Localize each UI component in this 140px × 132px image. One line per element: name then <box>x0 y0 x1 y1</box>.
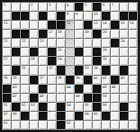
cell-r11c6[interactable] <box>48 94 56 102</box>
cell-r8c9 <box>75 66 83 74</box>
clue-number: 25 <box>58 48 62 52</box>
cell-r4c13[interactable] <box>111 30 119 38</box>
cell-r14c6[interactable] <box>48 121 56 129</box>
cell-r2c6[interactable] <box>48 12 56 20</box>
cell-r6c10[interactable] <box>84 48 92 56</box>
cell-r7c4[interactable]: 28 <box>30 57 38 65</box>
cell-r4c14[interactable] <box>120 30 128 38</box>
cell-r14c12[interactable] <box>102 121 110 129</box>
cell-r3c7 <box>57 21 65 29</box>
cell-r10c2[interactable]: 43 <box>12 85 20 93</box>
clue-number: 35 <box>4 76 8 80</box>
cell-r3c2[interactable] <box>12 21 20 29</box>
cell-r13c14 <box>120 112 128 120</box>
cell-r1c7[interactable] <box>57 3 65 11</box>
cell-r13c11[interactable]: 60 <box>93 112 101 120</box>
clue-number: 11 <box>4 21 8 25</box>
cell-r5c15[interactable] <box>129 39 137 47</box>
clue-number: 42 <box>121 76 125 80</box>
clue-number: 61 <box>4 121 8 125</box>
cell-r6c3[interactable] <box>21 48 29 56</box>
cell-r12c7 <box>57 103 65 111</box>
cell-r6c12[interactable]: 26 <box>102 48 110 56</box>
clue-number: 54 <box>67 103 71 107</box>
clue-number: 1 <box>4 3 6 7</box>
cell-r7c14[interactable] <box>120 57 128 65</box>
cell-r10c11 <box>93 85 101 93</box>
cell-r7c6 <box>48 57 56 65</box>
cell-r2c4[interactable] <box>30 12 38 20</box>
cell-r5c2[interactable] <box>12 39 20 47</box>
clue-number: 39 <box>76 76 80 80</box>
clue-number: 16 <box>130 21 134 25</box>
cell-r5c8[interactable] <box>66 39 74 47</box>
cell-r2c10[interactable] <box>84 12 92 20</box>
clue-number: 38 <box>58 76 62 80</box>
cell-r1c5[interactable] <box>39 3 47 11</box>
cell-r9c13 <box>111 76 119 84</box>
cell-r2c1[interactable] <box>3 12 11 20</box>
cell-r12c1[interactable]: 51 <box>3 103 11 111</box>
cell-r8c13[interactable] <box>111 66 119 74</box>
cell-r2c9[interactable]: 9 <box>75 12 83 20</box>
clue-number: 21 <box>4 39 8 43</box>
cell-r7c3[interactable] <box>21 57 29 65</box>
cell-r8c4[interactable] <box>30 66 38 74</box>
clue-number: 7 <box>112 3 114 7</box>
cell-r8c10[interactable]: 33 <box>84 66 92 74</box>
cell-r1c15[interactable] <box>129 3 137 11</box>
clue-number: 60 <box>94 112 98 116</box>
cell-r3c4[interactable] <box>30 21 38 29</box>
cell-r10c3[interactable] <box>21 85 29 93</box>
cell-r12c5 <box>39 103 47 111</box>
cell-r14c5[interactable] <box>39 121 47 129</box>
cell-r8c2 <box>12 66 20 74</box>
cell-r12c9[interactable] <box>75 103 83 111</box>
clue-number: 52 <box>22 103 26 107</box>
cell-r11c11 <box>93 94 101 102</box>
clue-number: 18 <box>58 30 62 34</box>
cell-r1c14[interactable] <box>120 3 128 11</box>
cell-r13c5 <box>39 112 47 120</box>
cell-r10c7[interactable] <box>57 85 65 93</box>
cell-r1c4[interactable]: 2 <box>30 3 38 11</box>
cell-r6c8[interactable] <box>66 48 74 56</box>
cell-r7c8[interactable] <box>66 57 74 65</box>
clue-number: 5 <box>85 3 87 7</box>
cell-r5c4[interactable] <box>30 39 38 47</box>
cell-r13c12 <box>102 112 110 120</box>
cell-r7c12[interactable]: 30 <box>102 57 110 65</box>
clue-number: 59 <box>85 112 89 116</box>
cell-r12c2 <box>12 103 20 111</box>
cell-r6c6 <box>48 48 56 56</box>
cell-r6c2 <box>12 48 20 56</box>
cell-r4c4[interactable] <box>30 30 38 38</box>
cell-r9c2[interactable]: 36 <box>12 76 20 84</box>
cell-r2c2 <box>12 12 20 20</box>
cell-r6c7[interactable]: 25 <box>57 48 65 56</box>
cell-r9c5[interactable]: 37 <box>39 76 47 84</box>
cell-r2c13[interactable] <box>111 12 119 20</box>
cell-r14c7 <box>57 121 65 129</box>
clue-number: 6 <box>103 3 105 7</box>
clue-number: 53 <box>31 103 35 107</box>
cell-r6c14[interactable] <box>120 48 128 56</box>
cell-r11c1 <box>3 94 11 102</box>
cell-r10c5 <box>39 85 47 93</box>
clue-number: 27 <box>4 57 8 61</box>
cell-r3c10 <box>84 21 92 29</box>
cell-r8c6[interactable]: 32 <box>48 66 56 74</box>
cell-r7c9[interactable] <box>75 57 83 65</box>
cell-r1c12[interactable]: 6 <box>102 3 110 11</box>
cell-r9c7[interactable]: 38 <box>57 76 65 84</box>
cell-r1c6[interactable]: 3 <box>48 3 56 11</box>
cell-r4c7[interactable]: 18 <box>57 30 65 38</box>
cell-r2c7 <box>57 12 65 20</box>
cell-r13c9 <box>75 112 83 120</box>
cell-r7c5[interactable] <box>39 57 47 65</box>
cell-r9c14[interactable]: 42 <box>120 76 128 84</box>
cell-r7c2[interactable] <box>12 57 20 65</box>
cell-r13c4[interactable] <box>30 112 38 120</box>
cell-r14c11[interactable] <box>93 121 101 129</box>
clue-number: 62 <box>67 121 71 125</box>
cell-r12c12[interactable]: 56 <box>102 103 110 111</box>
cell-r5c1[interactable]: 21 <box>3 39 11 47</box>
clue-number: 30 <box>103 57 107 61</box>
clue-number: 32 <box>49 66 53 70</box>
clue-number: 40 <box>94 76 98 80</box>
clue-number: 51 <box>4 103 8 107</box>
cell-r2c8[interactable]: 8 <box>66 12 74 20</box>
cell-r6c1[interactable] <box>3 48 11 56</box>
clue-number: 28 <box>31 57 35 61</box>
cell-r4c10[interactable]: 19 <box>84 30 92 38</box>
clue-number: 47 <box>13 94 17 98</box>
cell-r14c4[interactable] <box>30 121 38 129</box>
cell-r4c9[interactable] <box>75 30 83 38</box>
clue-number: 36 <box>13 76 17 80</box>
clue-number: 15 <box>121 21 125 25</box>
cell-r3c12[interactable]: 14 <box>102 21 110 29</box>
clue-number: 26 <box>103 48 107 52</box>
cell-r11c5[interactable]: 48 <box>39 94 47 102</box>
cell-r3c5[interactable] <box>39 21 47 29</box>
cell-r3c14[interactable]: 15 <box>120 21 128 29</box>
clue-number: 3 <box>49 3 51 7</box>
cell-r3c9[interactable] <box>75 21 83 29</box>
clue-number: 29 <box>58 57 62 61</box>
cell-r12c8[interactable]: 54 <box>66 103 74 111</box>
cell-r14c15[interactable] <box>129 121 137 129</box>
cell-r11c2[interactable]: 47 <box>12 94 20 102</box>
cell-r8c12 <box>102 66 110 74</box>
cell-r3c6 <box>48 21 56 29</box>
cell-r4c3 <box>21 30 29 38</box>
cell-r9c1[interactable]: 35 <box>3 76 11 84</box>
cell-r10c12[interactable]: 45 <box>102 85 110 93</box>
cell-r6c15[interactable] <box>129 48 137 56</box>
cell-r8c8[interactable] <box>66 66 74 74</box>
cell-r6c13[interactable] <box>111 48 119 56</box>
cell-r9c6[interactable] <box>48 76 56 84</box>
cell-r11c9[interactable]: 49 <box>75 94 83 102</box>
cell-r1c9 <box>75 3 83 11</box>
cell-r14c8[interactable]: 62 <box>66 121 74 129</box>
cell-r8c15[interactable] <box>129 66 137 74</box>
cell-r10c13[interactable]: 46 <box>111 85 119 93</box>
cell-r12c11 <box>93 103 101 111</box>
cell-r5c14[interactable]: 24 <box>120 39 128 47</box>
cell-r1c10[interactable]: 5 <box>84 3 92 11</box>
cell-r12c13[interactable] <box>111 103 119 111</box>
cell-r8c1[interactable] <box>3 66 11 74</box>
cell-r11c8[interactable] <box>66 94 74 102</box>
cell-r13c8[interactable] <box>66 112 74 120</box>
cell-r14c1[interactable]: 61 <box>3 121 11 129</box>
cell-r6c11 <box>93 48 101 56</box>
cell-r7c15[interactable] <box>129 57 137 65</box>
cell-r12c10[interactable]: 55 <box>84 103 92 111</box>
cell-r14c3[interactable] <box>21 121 29 129</box>
cell-r10c8[interactable]: 44 <box>66 85 74 93</box>
cell-r3c15[interactable]: 16 <box>129 21 137 29</box>
cell-r13c7 <box>57 112 65 120</box>
cell-r9c8 <box>66 76 74 84</box>
clue-number: 45 <box>103 85 107 89</box>
clue-number: 31 <box>22 66 26 70</box>
cell-r12c15[interactable] <box>129 103 137 111</box>
cell-r8c11[interactable]: 34 <box>93 66 101 74</box>
cell-r5c9[interactable] <box>75 39 83 47</box>
clue-number: 48 <box>40 94 44 98</box>
cell-r10c15[interactable] <box>129 85 137 93</box>
cell-r9c11[interactable]: 40 <box>93 76 101 84</box>
cell-r6c4 <box>30 48 38 56</box>
cell-r1c3[interactable] <box>21 3 29 11</box>
cell-r11c13[interactable] <box>111 94 119 102</box>
clue-number: 13 <box>94 21 98 25</box>
cell-r4c12[interactable]: 20 <box>102 30 110 38</box>
crossword-board: 1234567891011121314151617181920212223242… <box>0 0 140 132</box>
cell-r13c13[interactable] <box>111 112 119 120</box>
cell-r5c10[interactable] <box>84 39 92 47</box>
clue-number: 24 <box>121 39 125 43</box>
cell-r14c9[interactable] <box>75 121 83 129</box>
cell-r5c13 <box>111 39 119 47</box>
cell-r12c14 <box>120 103 128 111</box>
clue-number: 44 <box>67 85 71 89</box>
cell-r10c9 <box>75 85 83 93</box>
cell-r13c15[interactable] <box>129 112 137 120</box>
cell-r12c6[interactable] <box>48 103 56 111</box>
clue-number: 57 <box>4 112 8 116</box>
cell-r5c3[interactable]: 22 <box>21 39 29 47</box>
clue-number: 4 <box>67 3 69 7</box>
cell-r3c11[interactable]: 13 <box>93 21 101 29</box>
cell-r2c12 <box>102 12 110 20</box>
cell-r13c2[interactable]: 58 <box>12 112 20 120</box>
cell-r14c10[interactable] <box>84 121 92 129</box>
cell-r2c3 <box>21 12 29 20</box>
cell-r7c1[interactable]: 27 <box>3 57 11 65</box>
clue-number: 58 <box>13 112 17 116</box>
cell-r9c3[interactable] <box>21 76 29 84</box>
cell-r2c15 <box>129 12 137 20</box>
cell-r5c6[interactable] <box>48 39 56 47</box>
cell-r10c1 <box>3 85 11 93</box>
cell-r8c7 <box>57 66 65 74</box>
cell-r9c15[interactable] <box>129 76 137 84</box>
cell-r7c13[interactable] <box>111 57 119 65</box>
cell-r1c1[interactable]: 1 <box>3 3 11 11</box>
cell-r11c3[interactable] <box>21 94 29 102</box>
cell-r13c6[interactable] <box>48 112 56 120</box>
cell-r6c9 <box>75 48 83 56</box>
clue-number: 22 <box>22 39 26 43</box>
clue-number: 2 <box>31 3 33 7</box>
cell-r7c11 <box>93 57 101 65</box>
clue-number: 41 <box>103 76 107 80</box>
clue-number: 17 <box>49 30 53 34</box>
crossword-grid: 1234567891011121314151617181920212223242… <box>2 2 138 130</box>
cell-r11c12[interactable]: 50 <box>102 94 110 102</box>
cell-r8c14 <box>120 66 128 74</box>
clue-number: 34 <box>94 66 98 70</box>
cell-r9c4 <box>30 76 38 84</box>
clue-number: 46 <box>112 85 116 89</box>
clue-number: 50 <box>103 94 107 98</box>
cell-r5c7[interactable] <box>57 39 65 47</box>
cell-r2c11[interactable]: 10 <box>93 12 101 20</box>
cell-r1c13[interactable]: 7 <box>111 3 119 11</box>
clue-number: 14 <box>103 21 107 25</box>
cell-r7c10[interactable] <box>84 57 92 65</box>
clue-number: 12 <box>67 21 71 25</box>
cell-r2c5 <box>39 12 47 20</box>
cell-r11c15[interactable] <box>129 94 137 102</box>
cell-r10c4[interactable] <box>30 85 38 93</box>
cell-r11c4 <box>30 94 38 102</box>
clue-number: 8 <box>67 12 69 16</box>
cell-r13c1[interactable]: 57 <box>3 112 11 120</box>
cell-r13c3 <box>21 112 29 120</box>
cell-r3c3[interactable] <box>21 21 29 29</box>
clue-number: 9 <box>76 12 78 16</box>
clue-number: 43 <box>13 85 17 89</box>
cell-r4c6[interactable]: 17 <box>48 30 56 38</box>
cell-r4c5 <box>39 30 47 38</box>
clue-number: 56 <box>103 103 107 107</box>
clue-number: 37 <box>40 76 44 80</box>
cell-r3c13 <box>111 21 119 29</box>
cell-r11c10 <box>84 94 92 102</box>
cell-r11c7[interactable] <box>57 94 65 102</box>
clue-number: 20 <box>103 30 107 34</box>
cell-r9c12[interactable]: 41 <box>102 76 110 84</box>
cell-r4c8[interactable] <box>66 30 74 38</box>
cell-r6c5[interactable] <box>39 48 47 56</box>
cell-r5c11[interactable] <box>93 39 101 47</box>
cell-r14c14[interactable] <box>120 121 128 129</box>
cell-r4c1[interactable] <box>3 30 11 38</box>
cell-r12c4[interactable]: 53 <box>30 103 38 111</box>
cell-r7c7[interactable]: 29 <box>57 57 65 65</box>
clue-number: 33 <box>85 66 89 70</box>
clue-number: 10 <box>94 12 98 16</box>
cell-r4c2 <box>12 30 20 38</box>
cell-r13c10[interactable]: 59 <box>84 112 92 120</box>
cell-r9c10 <box>84 76 92 84</box>
cell-r9c9[interactable]: 39 <box>75 76 83 84</box>
cell-r10c10[interactable] <box>84 85 92 93</box>
cell-r8c5[interactable] <box>39 66 47 74</box>
clue-number: 23 <box>40 39 44 43</box>
cell-r14c2[interactable] <box>12 121 20 129</box>
cell-r10c6[interactable] <box>48 85 56 93</box>
cell-r12c3[interactable]: 52 <box>21 103 29 111</box>
cell-r3c8[interactable]: 12 <box>66 21 74 29</box>
cell-r2c14 <box>120 12 128 20</box>
clue-number: 49 <box>76 94 80 98</box>
cell-r5c12[interactable] <box>102 39 110 47</box>
cell-r4c11 <box>93 30 101 38</box>
cell-r1c2[interactable] <box>12 3 20 11</box>
clue-number: 19 <box>85 30 89 34</box>
cell-r4c15[interactable] <box>129 30 137 38</box>
cell-r10c14[interactable] <box>120 85 128 93</box>
cell-r11c14[interactable] <box>120 94 128 102</box>
cell-r1c8[interactable]: 4 <box>66 3 74 11</box>
cell-r14c13[interactable] <box>111 121 119 129</box>
cell-r5c5[interactable]: 23 <box>39 39 47 47</box>
cell-r8c3[interactable]: 31 <box>21 66 29 74</box>
cell-r1c11 <box>93 3 101 11</box>
clue-number: 55 <box>85 103 89 107</box>
cell-r3c1[interactable]: 11 <box>3 21 11 29</box>
